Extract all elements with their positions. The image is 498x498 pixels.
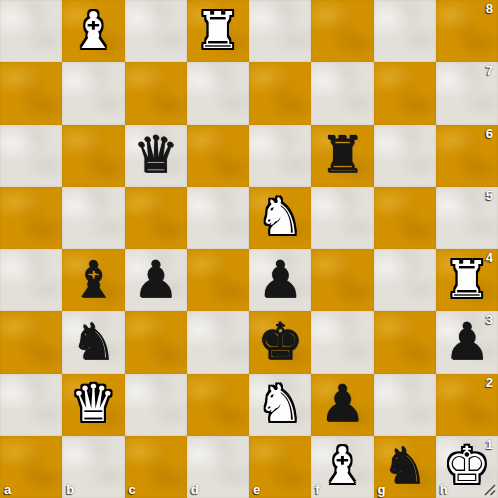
file-label-e: e: [253, 482, 260, 497]
square-b1[interactable]: b: [62, 436, 124, 498]
square-b2[interactable]: ♛: [62, 374, 124, 436]
square-h7[interactable]: 7: [436, 62, 498, 124]
white-rook[interactable]: ♜: [195, 5, 241, 56]
square-c3[interactable]: [125, 311, 187, 373]
square-d3[interactable]: [187, 311, 249, 373]
square-f3[interactable]: [311, 311, 373, 373]
black-bishop[interactable]: ♝: [71, 254, 117, 305]
square-b7[interactable]: [62, 62, 124, 124]
file-label-a: a: [4, 482, 11, 497]
black-pawn[interactable]: ♟: [444, 316, 490, 367]
square-e2[interactable]: ♞: [249, 374, 311, 436]
black-rook[interactable]: ♜: [320, 129, 366, 180]
white-queen[interactable]: ♛: [71, 378, 117, 429]
square-f2[interactable]: ♟: [311, 374, 373, 436]
square-a5[interactable]: [0, 187, 62, 249]
square-g5[interactable]: [374, 187, 436, 249]
white-bishop[interactable]: ♝: [320, 440, 366, 491]
white-rook[interactable]: ♜: [444, 254, 490, 305]
file-label-g: g: [378, 482, 386, 497]
rank-label-2: 2: [486, 375, 493, 390]
white-knight[interactable]: ♞: [257, 378, 303, 429]
square-e3[interactable]: ♚: [249, 311, 311, 373]
file-label-h: h: [440, 482, 448, 497]
square-d1[interactable]: d: [187, 436, 249, 498]
square-d2[interactable]: [187, 374, 249, 436]
square-c4[interactable]: ♟: [125, 249, 187, 311]
square-d7[interactable]: [187, 62, 249, 124]
square-h4[interactable]: ♜4: [436, 249, 498, 311]
square-h2[interactable]: 2: [436, 374, 498, 436]
square-b5[interactable]: [62, 187, 124, 249]
square-e8[interactable]: [249, 0, 311, 62]
square-h6[interactable]: 6: [436, 125, 498, 187]
square-f1[interactable]: ♝f: [311, 436, 373, 498]
black-knight[interactable]: ♞: [382, 440, 428, 491]
square-a3[interactable]: [0, 311, 62, 373]
square-c2[interactable]: [125, 374, 187, 436]
square-h5[interactable]: 5: [436, 187, 498, 249]
square-b8[interactable]: ♝: [62, 0, 124, 62]
square-h3[interactable]: ♟3: [436, 311, 498, 373]
square-e4[interactable]: ♟: [249, 249, 311, 311]
square-e1[interactable]: e: [249, 436, 311, 498]
white-bishop[interactable]: ♝: [71, 5, 117, 56]
chess-board: ♝♜87♛♜6♞5♝♟♟♜4♞♚♟3♛♞♟2abcde♝f♞g♚1h: [0, 0, 498, 498]
square-g3[interactable]: [374, 311, 436, 373]
square-b4[interactable]: ♝: [62, 249, 124, 311]
square-d6[interactable]: [187, 125, 249, 187]
square-a4[interactable]: [0, 249, 62, 311]
square-h8[interactable]: 8: [436, 0, 498, 62]
file-label-d: d: [191, 482, 199, 497]
square-c5[interactable]: [125, 187, 187, 249]
black-pawn[interactable]: ♟: [257, 254, 303, 305]
file-label-f: f: [315, 482, 319, 497]
square-a7[interactable]: [0, 62, 62, 124]
square-e5[interactable]: ♞: [249, 187, 311, 249]
square-a2[interactable]: [0, 374, 62, 436]
square-a1[interactable]: a: [0, 436, 62, 498]
black-king[interactable]: ♚: [257, 316, 303, 367]
square-f5[interactable]: [311, 187, 373, 249]
square-e7[interactable]: [249, 62, 311, 124]
rank-label-1: 1: [486, 437, 493, 452]
rank-label-8: 8: [486, 1, 493, 16]
rank-label-4: 4: [486, 250, 493, 265]
black-queen[interactable]: ♛: [133, 129, 179, 180]
file-label-b: b: [66, 482, 74, 497]
square-f7[interactable]: [311, 62, 373, 124]
square-d8[interactable]: ♜: [187, 0, 249, 62]
rank-label-7: 7: [486, 63, 493, 78]
rank-label-5: 5: [486, 188, 493, 203]
black-pawn[interactable]: ♟: [133, 254, 179, 305]
square-b3[interactable]: ♞: [62, 311, 124, 373]
square-c6[interactable]: ♛: [125, 125, 187, 187]
square-f4[interactable]: [311, 249, 373, 311]
rank-label-6: 6: [486, 126, 493, 141]
square-a8[interactable]: [0, 0, 62, 62]
white-knight[interactable]: ♞: [257, 191, 303, 242]
square-a6[interactable]: [0, 125, 62, 187]
square-g7[interactable]: [374, 62, 436, 124]
square-f8[interactable]: [311, 0, 373, 62]
black-pawn[interactable]: ♟: [320, 378, 366, 429]
square-g8[interactable]: [374, 0, 436, 62]
resize-grip-icon[interactable]: [483, 483, 496, 496]
square-c8[interactable]: [125, 0, 187, 62]
square-g1[interactable]: ♞g: [374, 436, 436, 498]
square-c1[interactable]: c: [125, 436, 187, 498]
black-knight[interactable]: ♞: [71, 316, 117, 367]
square-d5[interactable]: [187, 187, 249, 249]
square-b6[interactable]: [62, 125, 124, 187]
square-g6[interactable]: [374, 125, 436, 187]
file-label-c: c: [129, 482, 136, 497]
square-g4[interactable]: [374, 249, 436, 311]
square-e6[interactable]: [249, 125, 311, 187]
rank-label-3: 3: [486, 312, 493, 327]
square-f6[interactable]: ♜: [311, 125, 373, 187]
square-d4[interactable]: [187, 249, 249, 311]
square-g2[interactable]: [374, 374, 436, 436]
square-c7[interactable]: [125, 62, 187, 124]
